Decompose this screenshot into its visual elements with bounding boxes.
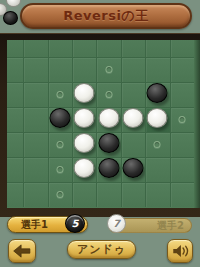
player2-score: 7 — [113, 218, 120, 229]
reversi-app: Reversiの王 選手1 5 選手2 7 アンドゥ — [0, 0, 200, 267]
board-cell-d7[interactable] — [72, 182, 96, 207]
board-cell-b4[interactable] — [23, 107, 47, 132]
board-cell-g5[interactable] — [145, 132, 169, 157]
board-cell-f1[interactable] — [121, 40, 145, 57]
board-cell-g2[interactable] — [145, 57, 169, 82]
board-cell-d3[interactable] — [72, 82, 96, 107]
white-disc — [74, 158, 95, 178]
board-cell-c7[interactable] — [48, 182, 72, 207]
board-cell-a5[interactable] — [7, 132, 23, 157]
board-cell-d5[interactable] — [72, 132, 96, 157]
board-cell-f5[interactable] — [121, 132, 145, 157]
white-disc — [98, 108, 119, 128]
board-cell-a4[interactable] — [7, 107, 23, 132]
board-cell-b1[interactable] — [23, 40, 47, 57]
board-cell-h1[interactable] — [170, 40, 194, 57]
board-frame — [0, 33, 200, 217]
undo-label: アンドゥ — [77, 242, 126, 257]
board-cell-a2[interactable] — [7, 57, 23, 82]
undo-button[interactable]: アンドゥ — [67, 240, 136, 259]
board-cell-g7[interactable] — [145, 182, 169, 207]
board-cell-h6[interactable] — [170, 157, 194, 182]
board-cell-h5[interactable] — [170, 132, 194, 157]
board-cell-c6[interactable] — [48, 157, 72, 182]
sound-button[interactable] — [167, 239, 193, 263]
legal-move-hint — [105, 65, 112, 72]
white-disc — [147, 108, 168, 128]
board-cell-b2[interactable] — [23, 57, 47, 82]
board-cell-f3[interactable] — [121, 82, 145, 107]
app-title: Reversiの王 — [63, 7, 149, 25]
board-cell-f6[interactable] — [121, 157, 145, 182]
board-cell-c5[interactable] — [48, 132, 72, 157]
board-cell-e3[interactable] — [96, 82, 120, 107]
board-cell-b6[interactable] — [23, 157, 47, 182]
white-disc-icon — [6, 0, 21, 7]
board-cell-a6[interactable] — [7, 157, 23, 182]
player2-score-disc: 7 — [107, 214, 126, 233]
board-cell-c4[interactable] — [48, 107, 72, 132]
legal-move-hint — [178, 115, 185, 122]
board-edge-shadow — [194, 40, 200, 208]
board-cell-g3[interactable] — [145, 82, 169, 107]
board-cell-a7[interactable] — [7, 182, 23, 207]
board-cell-b3[interactable] — [23, 82, 47, 107]
board-cell-e1[interactable] — [96, 40, 120, 57]
board-grid — [7, 40, 194, 207]
white-disc — [74, 133, 95, 153]
board-cell-d1[interactable] — [72, 40, 96, 57]
board-cell-h7[interactable] — [170, 182, 194, 207]
title-banner: Reversiの王 — [20, 3, 192, 29]
legal-move-hint — [105, 90, 112, 97]
black-disc — [49, 108, 70, 128]
player2-label: 選手2 — [157, 219, 184, 233]
board-cell-d2[interactable] — [72, 57, 96, 82]
board-cell-h3[interactable] — [170, 82, 194, 107]
board-cell-g6[interactable] — [145, 157, 169, 182]
board-cell-a1[interactable] — [7, 40, 23, 57]
board-cell-g4[interactable] — [145, 107, 169, 132]
board-cell-f4[interactable] — [121, 107, 145, 132]
white-disc — [122, 108, 143, 128]
white-disc — [74, 83, 95, 103]
board-cell-a3[interactable] — [7, 82, 23, 107]
white-disc — [74, 108, 95, 128]
player1-score: 5 — [72, 218, 79, 229]
board-cell-c1[interactable] — [48, 40, 72, 57]
app-icon — [0, 0, 24, 30]
black-disc-icon — [3, 11, 18, 25]
board-cell-f2[interactable] — [121, 57, 145, 82]
black-disc — [147, 83, 168, 103]
board-cell-e2[interactable] — [96, 57, 120, 82]
back-arrow-icon — [13, 244, 31, 258]
board-cell-e4[interactable] — [96, 107, 120, 132]
board-cell-h2[interactable] — [170, 57, 194, 82]
black-disc — [98, 158, 119, 178]
speaker-icon — [172, 244, 189, 258]
back-button[interactable] — [8, 239, 36, 263]
legal-move-hint — [154, 140, 161, 147]
board-cell-e5[interactable] — [96, 132, 120, 157]
board-cell-d6[interactable] — [72, 157, 96, 182]
board-cell-e6[interactable] — [96, 157, 120, 182]
board-cell-e7[interactable] — [96, 182, 120, 207]
player1-score-disc: 5 — [65, 214, 85, 233]
board-cell-d4[interactable] — [72, 107, 96, 132]
board — [7, 40, 200, 208]
legal-move-hint — [56, 90, 63, 97]
board-cell-c2[interactable] — [48, 57, 72, 82]
board-cell-g1[interactable] — [145, 40, 169, 57]
player1-label: 選手1 — [21, 218, 48, 232]
black-disc — [122, 158, 143, 178]
board-cell-b7[interactable] — [23, 182, 47, 207]
legal-move-hint — [56, 165, 63, 172]
board-cell-h4[interactable] — [170, 107, 194, 132]
board-cell-f7[interactable] — [121, 182, 145, 207]
legal-move-hint — [56, 190, 63, 197]
board-cell-b5[interactable] — [23, 132, 47, 157]
black-disc — [98, 133, 119, 153]
legal-move-hint — [56, 140, 63, 147]
board-cell-c3[interactable] — [48, 82, 72, 107]
